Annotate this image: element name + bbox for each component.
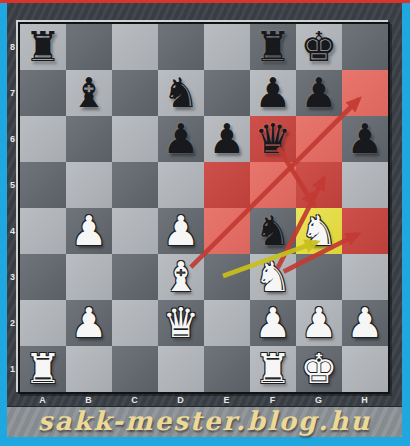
- square-d6: ♟: [158, 116, 204, 162]
- file-label-C: C: [112, 394, 158, 407]
- piece-white-P-b2: ♟: [66, 300, 112, 346]
- square-c4: [112, 208, 158, 254]
- square-f4: ♞: [250, 208, 296, 254]
- file-labels: ABCDEFGH: [20, 394, 388, 407]
- square-h3: [342, 254, 388, 300]
- square-a7: [20, 70, 66, 116]
- square-f6: ♛: [250, 116, 296, 162]
- square-g5: [296, 162, 342, 208]
- piece-black-P-g7: ♟: [296, 70, 342, 116]
- piece-white-K-g1: ♚: [296, 346, 342, 392]
- piece-white-N-g4: ♞: [296, 208, 342, 254]
- piece-black-P-d6: ♟: [158, 116, 204, 162]
- square-c5: [112, 162, 158, 208]
- rank-label-1: 1: [7, 346, 18, 392]
- square-f1: ♜: [250, 346, 296, 392]
- piece-white-P-f2: ♟: [250, 300, 296, 346]
- square-b6: [66, 116, 112, 162]
- square-h4: [342, 208, 388, 254]
- square-g8: ♚: [296, 24, 342, 70]
- square-g4: ♞: [296, 208, 342, 254]
- square-e5: [204, 162, 250, 208]
- rank-label-2: 2: [7, 300, 18, 346]
- square-e1: [204, 346, 250, 392]
- square-h8: [342, 24, 388, 70]
- square-h5: [342, 162, 388, 208]
- square-h7: [342, 70, 388, 116]
- square-b8: [66, 24, 112, 70]
- square-d3: ♝: [158, 254, 204, 300]
- square-a8: ♜: [20, 24, 66, 70]
- file-label-G: G: [296, 394, 342, 407]
- rank-label-7: 7: [7, 70, 18, 116]
- square-d2: ♛: [158, 300, 204, 346]
- piece-black-P-f7: ♟: [250, 70, 296, 116]
- piece-white-R-a1: ♜: [20, 346, 66, 392]
- square-d5: [158, 162, 204, 208]
- piece-white-R-f1: ♜: [250, 346, 296, 392]
- piece-white-P-d4: ♟: [158, 208, 204, 254]
- file-label-H: H: [342, 394, 388, 407]
- square-g6: [296, 116, 342, 162]
- watermark-caption: sakk-mester.blog.hu: [7, 407, 402, 436]
- file-label-F: F: [250, 394, 296, 407]
- square-e3: [204, 254, 250, 300]
- square-c3: [112, 254, 158, 300]
- square-e6: ♟: [204, 116, 250, 162]
- piece-black-P-e6: ♟: [204, 116, 250, 162]
- square-g7: ♟: [296, 70, 342, 116]
- piece-black-R-f8: ♜: [250, 24, 296, 70]
- piece-black-B-b7: ♝: [66, 70, 112, 116]
- piece-white-B-d3: ♝: [158, 254, 204, 300]
- square-h2: ♟: [342, 300, 388, 346]
- square-a3: [20, 254, 66, 300]
- rank-label-3: 3: [7, 254, 18, 300]
- square-a4: [20, 208, 66, 254]
- square-a5: [20, 162, 66, 208]
- square-b3: [66, 254, 112, 300]
- square-f8: ♜: [250, 24, 296, 70]
- square-d1: [158, 346, 204, 392]
- rank-label-4: 4: [7, 208, 18, 254]
- square-a1: ♜: [20, 346, 66, 392]
- piece-black-K-g8: ♚: [296, 24, 342, 70]
- square-b4: ♟: [66, 208, 112, 254]
- square-b2: ♟: [66, 300, 112, 346]
- square-f7: ♟: [250, 70, 296, 116]
- rank-label-5: 5: [7, 162, 18, 208]
- file-label-D: D: [158, 394, 204, 407]
- piece-black-N-d7: ♞: [158, 70, 204, 116]
- square-d4: ♟: [158, 208, 204, 254]
- square-c1: [112, 346, 158, 392]
- file-label-A: A: [20, 394, 66, 407]
- piece-black-Q-f6: ♛: [250, 116, 296, 162]
- square-a2: [20, 300, 66, 346]
- square-d7: ♞: [158, 70, 204, 116]
- square-f5: [250, 162, 296, 208]
- piece-white-P-h2: ♟: [342, 300, 388, 346]
- piece-black-R-a8: ♜: [20, 24, 66, 70]
- square-c8: [112, 24, 158, 70]
- piece-white-P-b4: ♟: [66, 208, 112, 254]
- square-c2: [112, 300, 158, 346]
- square-c6: [112, 116, 158, 162]
- square-e7: [204, 70, 250, 116]
- square-h6: ♟: [342, 116, 388, 162]
- square-b5: [66, 162, 112, 208]
- piece-white-N-f3: ♞: [250, 254, 296, 300]
- rank-label-8: 8: [7, 24, 18, 70]
- piece-black-P-h6: ♟: [342, 116, 388, 162]
- piece-white-P-g2: ♟: [296, 300, 342, 346]
- square-g2: ♟: [296, 300, 342, 346]
- square-a6: [20, 116, 66, 162]
- square-d8: [158, 24, 204, 70]
- square-h1: [342, 346, 388, 392]
- square-f3: ♞: [250, 254, 296, 300]
- caption-band: sakk-mester.blog.hu: [7, 406, 402, 437]
- square-c7: [112, 70, 158, 116]
- diagram-frame: sakk-mester.blog.hu 87654321 ♜♜♚♝♞♟♟♟♟♛♟…: [0, 0, 410, 446]
- piece-white-Q-d2: ♛: [158, 300, 204, 346]
- square-g1: ♚: [296, 346, 342, 392]
- square-b1: [66, 346, 112, 392]
- rank-labels: 87654321: [7, 24, 18, 392]
- square-f2: ♟: [250, 300, 296, 346]
- rank-label-6: 6: [7, 116, 18, 162]
- piece-black-N-f4: ♞: [250, 208, 296, 254]
- file-label-E: E: [204, 394, 250, 407]
- square-e8: [204, 24, 250, 70]
- square-b7: ♝: [66, 70, 112, 116]
- file-label-B: B: [66, 394, 112, 407]
- square-e2: [204, 300, 250, 346]
- square-e4: [204, 208, 250, 254]
- chess-board: ♜♜♚♝♞♟♟♟♟♛♟♟♟♞♞♝♞♟♛♟♟♟♜♜♚: [18, 22, 390, 394]
- square-g3: [296, 254, 342, 300]
